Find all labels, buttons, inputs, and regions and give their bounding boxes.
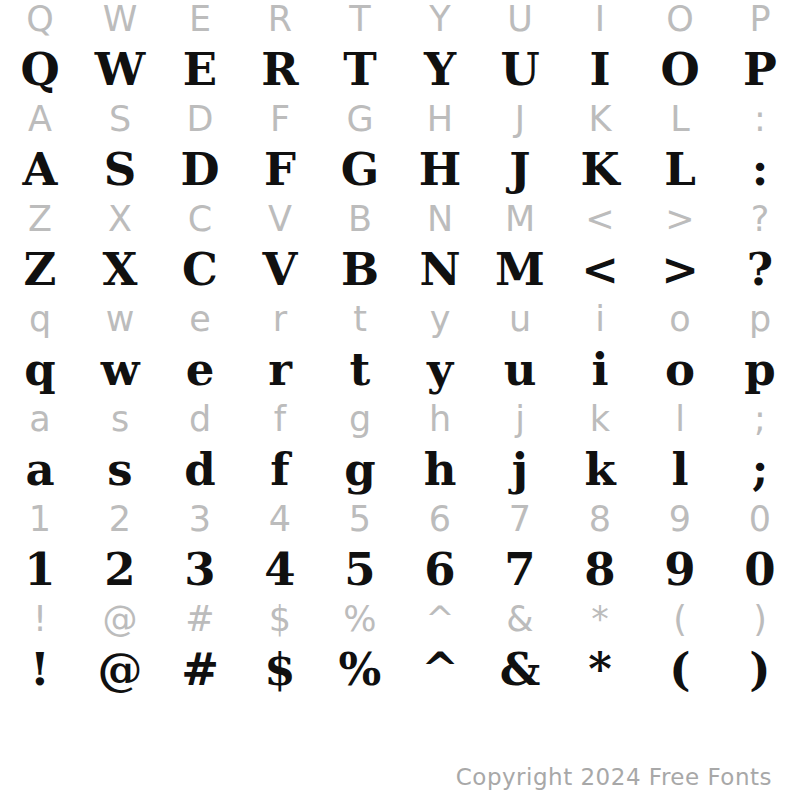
char-cell-glyph: 6 bbox=[400, 544, 480, 594]
char-cell-preview: L bbox=[640, 94, 720, 144]
char-cell-glyph: a bbox=[0, 444, 80, 494]
char-cell-preview: D bbox=[160, 94, 240, 144]
char-cell-preview: p bbox=[720, 294, 800, 344]
char-cell-preview: O bbox=[640, 0, 720, 44]
char-cell-preview: S bbox=[80, 94, 160, 144]
char-cell-preview: G bbox=[320, 94, 400, 144]
char-cell-preview: < bbox=[560, 194, 640, 244]
char-cell-glyph: K bbox=[560, 144, 640, 194]
char-cell-glyph: Q bbox=[0, 44, 80, 94]
char-cell-preview: W bbox=[80, 0, 160, 44]
char-cell-preview: q bbox=[0, 294, 80, 344]
char-cell-glyph: i bbox=[560, 344, 640, 394]
char-cell-preview: 1 bbox=[0, 494, 80, 544]
char-cell-preview: Z bbox=[0, 194, 80, 244]
char-cell-preview: y bbox=[400, 294, 480, 344]
copyright-text: Copyright 2024 Free Fonts bbox=[456, 764, 772, 790]
char-cell-preview: ? bbox=[720, 194, 800, 244]
char-cell-glyph: ? bbox=[720, 244, 800, 294]
char-cell-preview: % bbox=[320, 594, 400, 644]
char-cell-preview: l bbox=[640, 394, 720, 444]
char-cell-preview: t bbox=[320, 294, 400, 344]
char-cell-glyph: e bbox=[160, 344, 240, 394]
char-cell-preview: P bbox=[720, 0, 800, 44]
char-cell-preview: # bbox=[160, 594, 240, 644]
char-cell-preview: K bbox=[560, 94, 640, 144]
char-cell-glyph: B bbox=[320, 244, 400, 294]
char-cell-glyph: A bbox=[0, 144, 80, 194]
char-cell-glyph: C bbox=[160, 244, 240, 294]
char-cell-glyph: : bbox=[720, 144, 800, 194]
char-cell-preview: j bbox=[480, 394, 560, 444]
char-cell-preview: k bbox=[560, 394, 640, 444]
char-cell-preview: u bbox=[480, 294, 560, 344]
char-cell-preview: T bbox=[320, 0, 400, 44]
char-cell-glyph: M bbox=[480, 244, 560, 294]
char-cell-glyph: & bbox=[480, 644, 560, 694]
char-cell-glyph: f bbox=[240, 444, 320, 494]
char-cell-glyph: 1 bbox=[0, 544, 80, 594]
char-cell-preview: ; bbox=[720, 394, 800, 444]
char-cell-preview: e bbox=[160, 294, 240, 344]
char-cell-preview: N bbox=[400, 194, 480, 244]
char-cell-preview: R bbox=[240, 0, 320, 44]
char-cell-preview: w bbox=[80, 294, 160, 344]
char-cell-glyph: ) bbox=[720, 644, 800, 694]
char-cell-glyph: J bbox=[480, 144, 560, 194]
char-cell-glyph: r bbox=[240, 344, 320, 394]
char-cell-glyph: O bbox=[640, 44, 720, 94]
char-cell-preview: 8 bbox=[560, 494, 640, 544]
char-cell-preview: Q bbox=[0, 0, 80, 44]
char-cell-preview: U bbox=[480, 0, 560, 44]
char-cell-preview: B bbox=[320, 194, 400, 244]
char-cell-preview: 9 bbox=[640, 494, 720, 544]
char-cell-glyph: 5 bbox=[320, 544, 400, 594]
char-cell-glyph: q bbox=[0, 344, 80, 394]
char-cell-glyph: I bbox=[560, 44, 640, 94]
char-cell-glyph: k bbox=[560, 444, 640, 494]
char-cell-preview: 5 bbox=[320, 494, 400, 544]
char-cell-glyph: % bbox=[320, 644, 400, 694]
char-cell-preview: o bbox=[640, 294, 720, 344]
char-cell-glyph: 8 bbox=[560, 544, 640, 594]
char-cell-preview: 7 bbox=[480, 494, 560, 544]
char-cell-preview: 2 bbox=[80, 494, 160, 544]
char-cell-glyph: P bbox=[720, 44, 800, 94]
char-cell-glyph: 9 bbox=[640, 544, 720, 594]
char-cell-preview: 3 bbox=[160, 494, 240, 544]
char-cell-preview: * bbox=[560, 594, 640, 644]
char-cell-preview: ( bbox=[640, 594, 720, 644]
char-cell-glyph: 3 bbox=[160, 544, 240, 594]
char-cell-glyph: ; bbox=[720, 444, 800, 494]
char-cell-glyph: 2 bbox=[80, 544, 160, 594]
char-cell-preview: $ bbox=[240, 594, 320, 644]
char-cell-glyph: l bbox=[640, 444, 720, 494]
char-cell-glyph: H bbox=[400, 144, 480, 194]
char-cell-glyph: G bbox=[320, 144, 400, 194]
char-cell-preview: F bbox=[240, 94, 320, 144]
char-cell-preview: 4 bbox=[240, 494, 320, 544]
char-cell-glyph: ^ bbox=[400, 644, 480, 694]
char-cell-glyph: Z bbox=[0, 244, 80, 294]
char-cell-glyph: D bbox=[160, 144, 240, 194]
char-cell-preview: h bbox=[400, 394, 480, 444]
char-cell-preview: 6 bbox=[400, 494, 480, 544]
char-cell-preview: d bbox=[160, 394, 240, 444]
char-cell-glyph: S bbox=[80, 144, 160, 194]
char-cell-preview: V bbox=[240, 194, 320, 244]
char-cell-preview: E bbox=[160, 0, 240, 44]
char-cell-glyph: g bbox=[320, 444, 400, 494]
char-cell-preview: r bbox=[240, 294, 320, 344]
char-cell-glyph: E bbox=[160, 44, 240, 94]
char-cell-glyph: p bbox=[720, 344, 800, 394]
char-cell-glyph: @ bbox=[80, 644, 160, 694]
char-cell-glyph: 7 bbox=[480, 544, 560, 594]
char-cell-glyph: h bbox=[400, 444, 480, 494]
char-cell-glyph: > bbox=[640, 244, 720, 294]
char-cell-glyph: o bbox=[640, 344, 720, 394]
char-cell-preview: s bbox=[80, 394, 160, 444]
char-cell-glyph: U bbox=[480, 44, 560, 94]
char-cell-glyph: t bbox=[320, 344, 400, 394]
char-cell-preview: A bbox=[0, 94, 80, 144]
char-cell-glyph: ! bbox=[0, 644, 80, 694]
char-cell-glyph: 4 bbox=[240, 544, 320, 594]
char-cell-preview: a bbox=[0, 394, 80, 444]
charmap-grid: QWERTYUIOPQWERTYUIOPASDFGHJKL:ASDFGHJKL:… bbox=[0, 0, 800, 694]
char-cell-glyph: T bbox=[320, 44, 400, 94]
char-cell-glyph: 0 bbox=[720, 544, 800, 594]
char-cell-preview: H bbox=[400, 94, 480, 144]
char-cell-preview: M bbox=[480, 194, 560, 244]
char-cell-glyph: < bbox=[560, 244, 640, 294]
char-cell-glyph: d bbox=[160, 444, 240, 494]
char-cell-preview: ) bbox=[720, 594, 800, 644]
char-cell-glyph: X bbox=[80, 244, 160, 294]
char-cell-glyph: $ bbox=[240, 644, 320, 694]
char-cell-preview: : bbox=[720, 94, 800, 144]
char-cell-preview: C bbox=[160, 194, 240, 244]
char-cell-glyph: F bbox=[240, 144, 320, 194]
char-cell-glyph: j bbox=[480, 444, 560, 494]
char-cell-preview: ^ bbox=[400, 594, 480, 644]
char-cell-preview: Y bbox=[400, 0, 480, 44]
char-cell-preview: f bbox=[240, 394, 320, 444]
char-cell-preview: I bbox=[560, 0, 640, 44]
char-cell-glyph: L bbox=[640, 144, 720, 194]
char-cell-preview: i bbox=[560, 294, 640, 344]
char-cell-glyph: u bbox=[480, 344, 560, 394]
char-cell-glyph: # bbox=[160, 644, 240, 694]
char-cell-glyph: Y bbox=[400, 44, 480, 94]
char-cell-glyph: s bbox=[80, 444, 160, 494]
char-cell-glyph: W bbox=[80, 44, 160, 94]
char-cell-preview: J bbox=[480, 94, 560, 144]
char-cell-glyph: w bbox=[80, 344, 160, 394]
char-cell-preview: & bbox=[480, 594, 560, 644]
char-cell-glyph: ( bbox=[640, 644, 720, 694]
char-cell-glyph: V bbox=[240, 244, 320, 294]
char-cell-glyph: R bbox=[240, 44, 320, 94]
char-cell-glyph: y bbox=[400, 344, 480, 394]
char-cell-glyph: * bbox=[560, 644, 640, 694]
char-cell-preview: @ bbox=[80, 594, 160, 644]
char-cell-preview: > bbox=[640, 194, 720, 244]
char-cell-preview: X bbox=[80, 194, 160, 244]
char-cell-preview: ! bbox=[0, 594, 80, 644]
char-cell-preview: g bbox=[320, 394, 400, 444]
char-cell-preview: 0 bbox=[720, 494, 800, 544]
char-cell-glyph: N bbox=[400, 244, 480, 294]
